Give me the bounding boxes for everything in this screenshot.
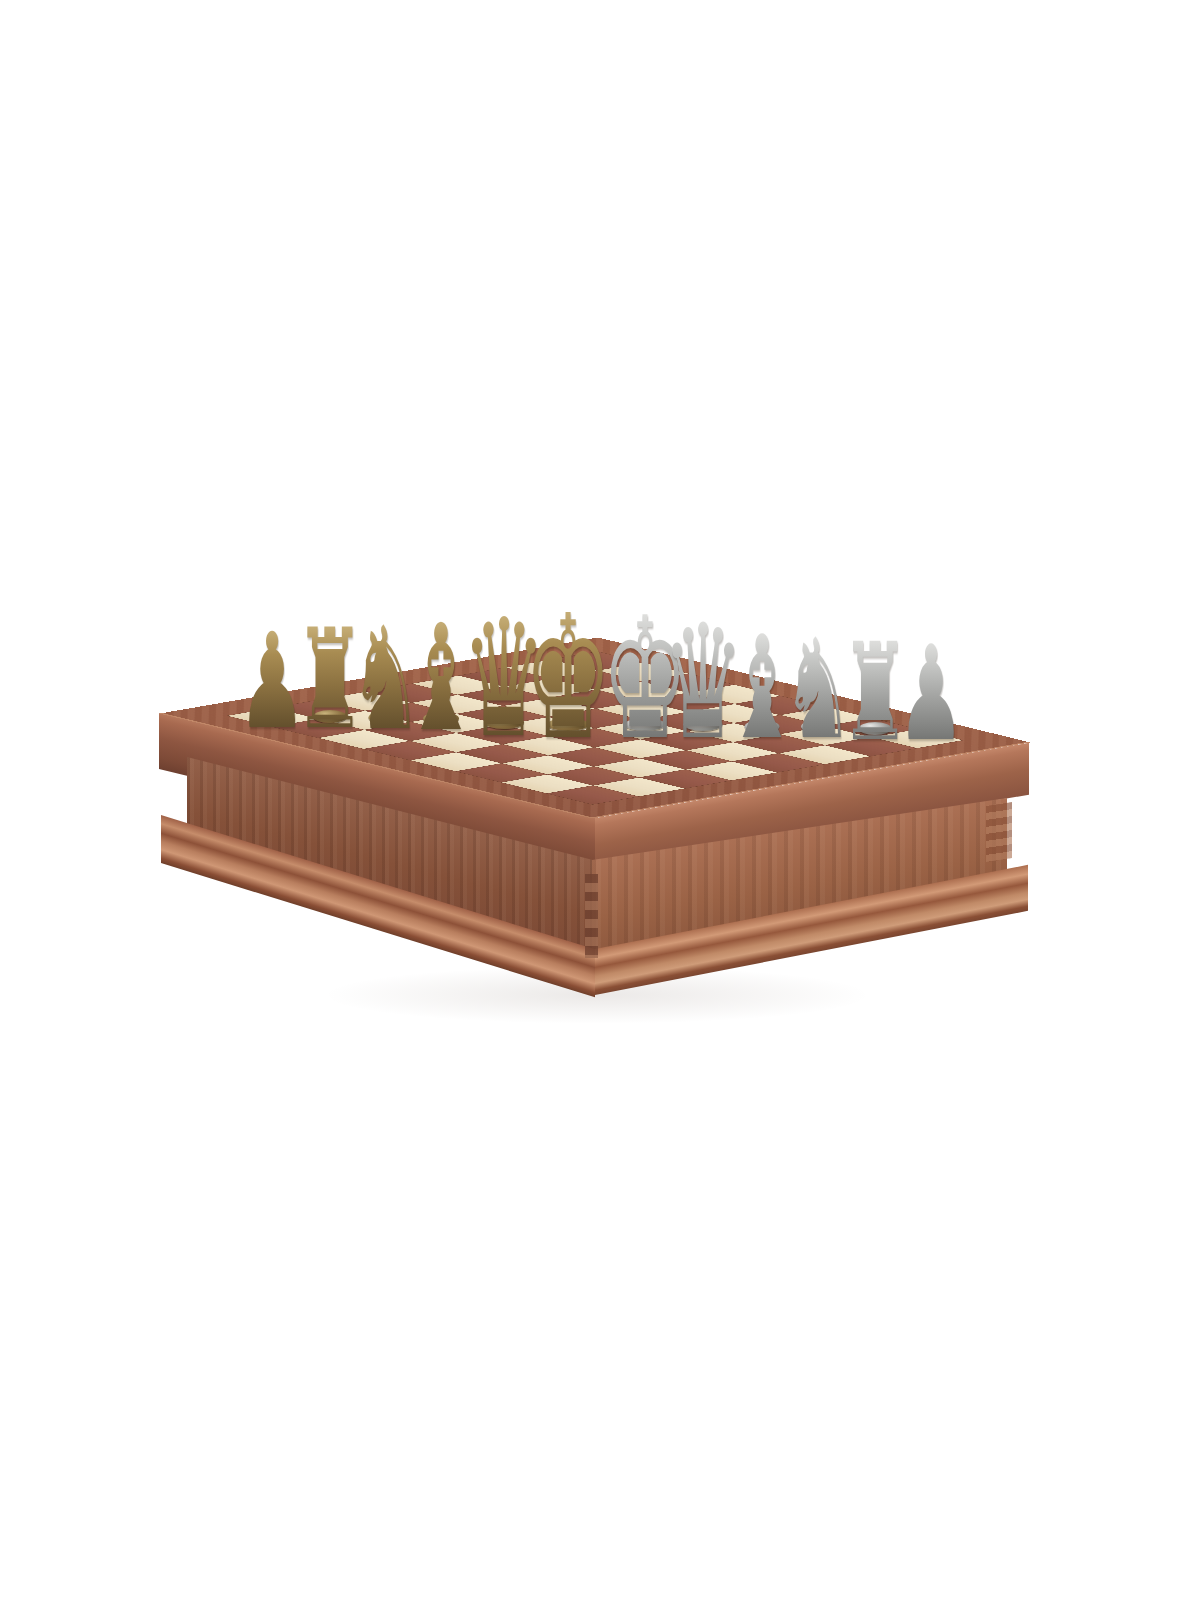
dovetail-joint-right-corner — [986, 802, 1012, 862]
dovetail-joint-front-corner — [585, 874, 598, 958]
product-photo-stage: ♟♜♞♝♛♚♚♛♝♞♜♟ — [0, 0, 1200, 1600]
